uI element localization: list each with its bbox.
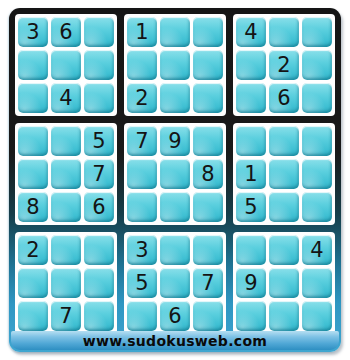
cell-r1c1[interactable]: 3 [18,17,48,47]
cell-r2c6[interactable] [193,50,223,80]
cell-r2c9[interactable] [302,50,332,80]
box-1: 364 [15,14,117,116]
cell-r8c1[interactable] [18,268,48,298]
cell-r9c8[interactable] [269,301,299,331]
cell-r9c1[interactable] [18,301,48,331]
cell-r6c8[interactable] [269,192,299,222]
cell-r2c4[interactable] [127,50,157,80]
cell-r5c5[interactable] [160,159,190,189]
cell-r3c3[interactable] [84,83,114,113]
cell-r6c6[interactable] [193,192,223,222]
box-5: 798 [124,123,226,225]
cell-r9c4[interactable] [127,301,157,331]
cell-r5c4[interactable] [127,159,157,189]
cell-r1c2[interactable]: 6 [51,17,81,47]
cell-r6c1[interactable]: 8 [18,192,48,222]
cell-r9c9[interactable] [302,301,332,331]
cell-r1c6[interactable] [193,17,223,47]
cell-r7c2[interactable] [51,235,81,265]
cell-r1c9[interactable] [302,17,332,47]
cell-r3c4[interactable]: 2 [127,83,157,113]
cell-r7c8[interactable] [269,235,299,265]
cell-r6c3[interactable]: 6 [84,192,114,222]
box-8: 3576 [124,232,226,334]
cell-r6c5[interactable] [160,192,190,222]
cell-r8c3[interactable] [84,268,114,298]
cell-r5c2[interactable] [51,159,81,189]
cell-r4c6[interactable] [193,126,223,156]
cell-r3c9[interactable] [302,83,332,113]
cell-r8c5[interactable] [160,268,190,298]
box-7: 27 [15,232,117,334]
cell-r6c9[interactable] [302,192,332,222]
cell-r8c7[interactable]: 9 [236,268,266,298]
cell-r5c7[interactable]: 1 [236,159,266,189]
sudoku-grid: 3641242657867981527357649 [15,14,335,334]
cell-r3c8[interactable]: 6 [269,83,299,113]
cell-r7c7[interactable] [236,235,266,265]
cell-r1c4[interactable]: 1 [127,17,157,47]
cell-r7c1[interactable]: 2 [18,235,48,265]
cell-r6c4[interactable] [127,192,157,222]
cell-r5c8[interactable] [269,159,299,189]
cell-r4c8[interactable] [269,126,299,156]
cell-r8c9[interactable] [302,268,332,298]
cell-r2c5[interactable] [160,50,190,80]
box-9: 49 [233,232,335,334]
site-link[interactable]: www.sudokusweb.com [83,333,267,349]
box-3: 426 [233,14,335,116]
cell-r7c4[interactable]: 3 [127,235,157,265]
cell-r4c4[interactable]: 7 [127,126,157,156]
cell-r6c2[interactable] [51,192,81,222]
cell-r9c5[interactable]: 6 [160,301,190,331]
cell-r9c2[interactable]: 7 [51,301,81,331]
cell-r4c2[interactable] [51,126,81,156]
cell-r3c1[interactable] [18,83,48,113]
sudoku-board-frame: 3641242657867981527357649 www.sudokusweb… [9,8,341,352]
cell-r2c8[interactable]: 2 [269,50,299,80]
cell-r1c3[interactable] [84,17,114,47]
cell-r9c3[interactable] [84,301,114,331]
cell-r9c6[interactable] [193,301,223,331]
cell-r5c1[interactable] [18,159,48,189]
cell-r7c6[interactable] [193,235,223,265]
cell-r8c8[interactable] [269,268,299,298]
cell-r2c1[interactable] [18,50,48,80]
cell-r4c1[interactable] [18,126,48,156]
box-2: 12 [124,14,226,116]
cell-r1c7[interactable]: 4 [236,17,266,47]
cell-r3c7[interactable] [236,83,266,113]
cell-r3c2[interactable]: 4 [51,83,81,113]
cell-r2c7[interactable] [236,50,266,80]
cell-r9c7[interactable] [236,301,266,331]
cell-r1c5[interactable] [160,17,190,47]
cell-r5c3[interactable]: 7 [84,159,114,189]
cell-r7c9[interactable]: 4 [302,235,332,265]
footer-band: www.sudokusweb.com [11,331,339,350]
cell-r2c3[interactable] [84,50,114,80]
cell-r8c4[interactable]: 5 [127,268,157,298]
cell-r8c2[interactable] [51,268,81,298]
cell-r5c9[interactable] [302,159,332,189]
cell-r3c6[interactable] [193,83,223,113]
cell-r5c6[interactable]: 8 [193,159,223,189]
cell-r1c8[interactable] [269,17,299,47]
box-4: 5786 [15,123,117,225]
cell-r7c5[interactable] [160,235,190,265]
cell-r7c3[interactable] [84,235,114,265]
cell-r4c9[interactable] [302,126,332,156]
cell-r8c6[interactable]: 7 [193,268,223,298]
box-6: 15 [233,123,335,225]
cell-r3c5[interactable] [160,83,190,113]
cell-r4c3[interactable]: 5 [84,126,114,156]
cell-r4c7[interactable] [236,126,266,156]
cell-r4c5[interactable]: 9 [160,126,190,156]
cell-r6c7[interactable]: 5 [236,192,266,222]
page: 3641242657867981527357649 www.sudokusweb… [0,0,350,360]
cell-r2c2[interactable] [51,50,81,80]
